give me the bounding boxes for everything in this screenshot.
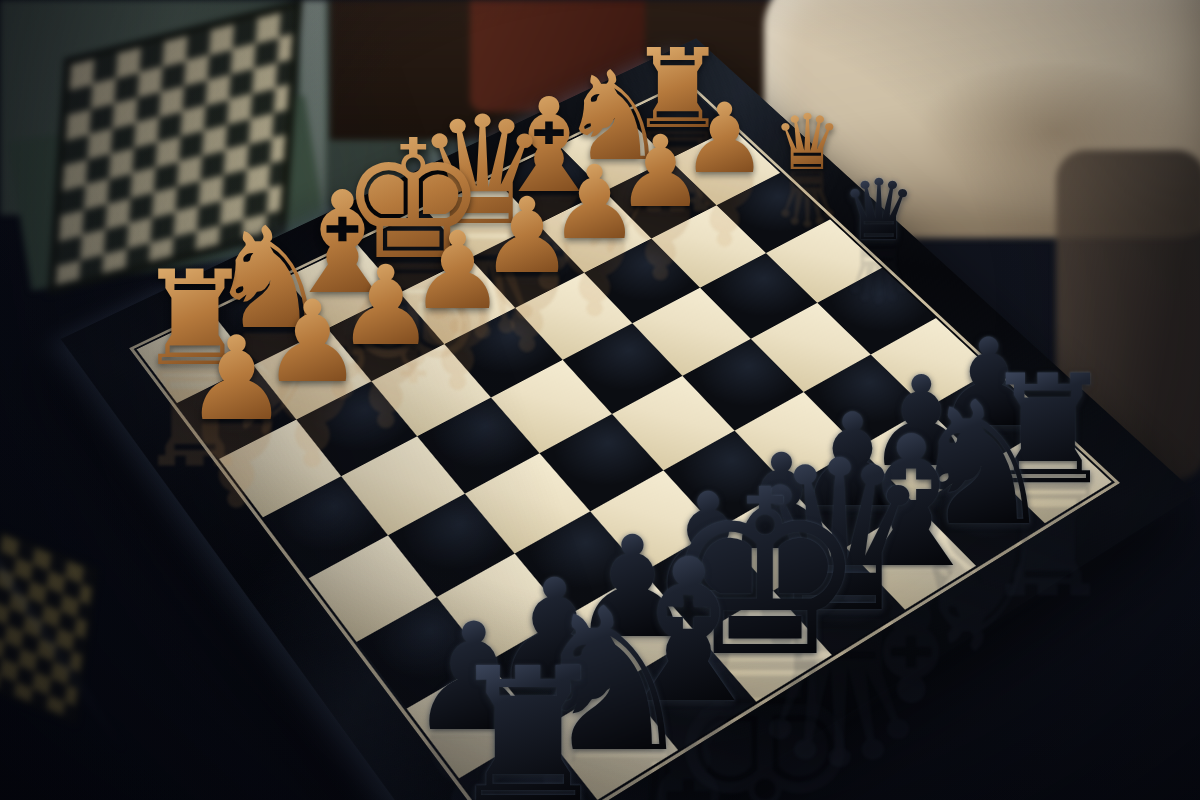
square-g4[interactable] xyxy=(341,436,465,535)
square-e5[interactable] xyxy=(540,414,664,511)
piece-black-queen-spare[interactable]: ♛ xyxy=(841,169,916,253)
photo-stage: ♜♜♞♞♝♝♛♛♚♚♝♝♞♞♜♜♟♟♟♟♟♟♟♟♟♟♟♟♟♟♟♟♟♟♟♟♟♟♟♟… xyxy=(0,0,1200,800)
piece-black-rook-h8[interactable]: ♜ xyxy=(445,644,611,800)
piece-white-queen-spare[interactable]: ♛ xyxy=(773,104,842,181)
square-h4[interactable] xyxy=(263,476,388,578)
piece-white-pawn-h2[interactable]: ♟ xyxy=(185,322,289,438)
